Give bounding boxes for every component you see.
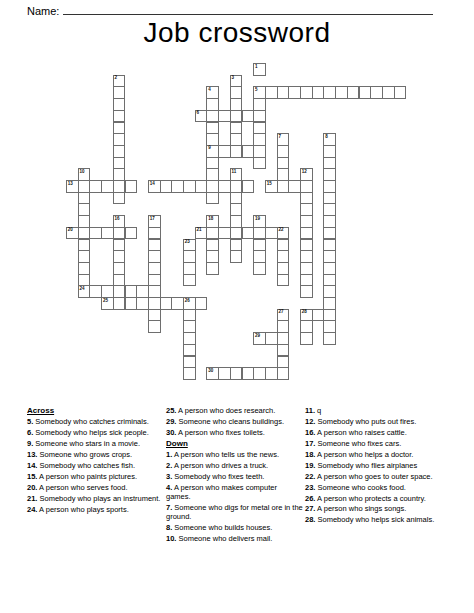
clue-item: 4. A person who makes computer games. [166, 483, 303, 502]
clue-item: 14. Somebody who catches fish. [27, 461, 164, 470]
clue-item: 6. Somebody who helps sick people. [27, 428, 164, 437]
clue-item: 26. A person who protects a country. [305, 494, 468, 503]
clue-item: 28. Somebody who helps sick animals. [305, 515, 468, 524]
clue-item: 15. A person who paints pictures. [27, 472, 164, 481]
cell-number: 20 [68, 227, 73, 233]
grid-cell[interactable] [206, 262, 219, 275]
clue-number: 1. [166, 450, 172, 459]
grid-cell[interactable] [230, 250, 243, 263]
crossword-grid: 1234567891011121314151617181920212223242… [66, 63, 406, 380]
clue-item: 22. A person who goes to outer space. [305, 472, 468, 481]
clue-number: 21. [27, 494, 37, 503]
clue-item: 11. q [305, 406, 468, 415]
cell-number: 12 [302, 169, 307, 175]
clue-item: 25. A person who does research. [166, 406, 303, 415]
cell-number: 11 [232, 169, 237, 175]
cell-number: 9 [208, 145, 211, 151]
grid-cell[interactable] [206, 192, 219, 205]
grid-cell[interactable] [183, 367, 196, 380]
grid-cell[interactable] [394, 86, 407, 99]
clue-item: 9. Someone who stars in a movie. [27, 439, 164, 448]
clue-item: 8. Someone who builds houses. [166, 523, 303, 532]
cell-number: 27 [278, 309, 283, 315]
clue-number: 18. [305, 450, 315, 459]
cell-number: 24 [79, 286, 84, 292]
clue-number: 28. [305, 515, 315, 524]
clue-item: 27. A person who sings songs. [305, 504, 468, 513]
clue-number: 17. [305, 439, 315, 448]
grid-cell[interactable] [253, 157, 266, 170]
grid-cell[interactable] [148, 320, 161, 333]
name-label: Name: [27, 5, 59, 17]
grid-cell[interactable] [113, 192, 126, 205]
clue-list-header: Across [27, 406, 164, 415]
clue-number: 26. [305, 494, 315, 503]
clue-number: 3. [166, 472, 172, 481]
clue-number: 2. [166, 461, 172, 470]
cell-number: 23 [185, 239, 190, 245]
clue-number: 6. [27, 428, 33, 437]
clue-item: 3. Somebody who fixes teeth. [166, 472, 303, 481]
cell-number: 13 [68, 181, 73, 187]
clue-column: 25. A person who does research.29. Someo… [166, 406, 303, 545]
cell-number: 4 [208, 87, 211, 93]
grid-cell[interactable] [323, 332, 336, 345]
clue-item: 29. Someone who cleans buildings. [166, 417, 303, 426]
grid-cell[interactable]: 1 [253, 63, 266, 76]
cell-number: 21 [196, 227, 201, 233]
clue-number: 20. [27, 483, 37, 492]
clue-item: 24. A person who plays sports. [27, 505, 164, 514]
clue-item: 13. Someone who grows crops. [27, 450, 164, 459]
page-title: Job crossword [0, 17, 474, 49]
clue-number: 16. [305, 428, 315, 437]
cell-number: 26 [185, 298, 190, 304]
clue-item: 2. A person who drives a truck. [166, 461, 303, 470]
clue-number: 11. [305, 406, 315, 415]
clue-item: 30. A person who fixes toilets. [166, 428, 303, 437]
clue-item: 23. Someone who cooks food. [305, 483, 468, 492]
clue-number: 7. [166, 503, 172, 512]
cell-number: 16 [115, 216, 120, 222]
cell-number: 28 [302, 309, 307, 315]
clue-item: 21. Somebody who plays an instrument. [27, 494, 164, 503]
clue-number: 5. [27, 417, 33, 426]
clue-number: 14. [27, 461, 37, 470]
cell-number: 25 [103, 298, 108, 304]
clue-number: 29. [166, 417, 176, 426]
name-row: Name: [27, 3, 439, 17]
cell-number: 29 [255, 333, 260, 339]
clue-number: 19. [305, 461, 315, 470]
cell-number: 7 [278, 134, 281, 140]
grid-cell[interactable] [125, 180, 138, 193]
clue-number: 9. [27, 439, 33, 448]
cell-number: 18 [208, 216, 213, 222]
grid-cell[interactable] [300, 332, 313, 345]
cell-number: 30 [208, 368, 213, 374]
clue-section: Across5. Somebody who catches criminals.… [0, 406, 474, 606]
cell-number: 1 [255, 64, 258, 70]
grid-cell[interactable] [253, 262, 266, 275]
clue-item: 1. A person who tells us the news. [166, 450, 303, 459]
clue-column: 11. q12. Somebody who puts out fires.16.… [305, 406, 468, 526]
clue-number: 22. [305, 472, 315, 481]
clue-item: 7. Someone who digs for metal ore in the… [166, 503, 303, 522]
cell-number: 19 [255, 216, 260, 222]
clue-item: 12. Somebody who puts out fires. [305, 417, 468, 426]
clue-list-header: Down [166, 439, 303, 448]
clue-item: 16. A person who raises cattle. [305, 428, 468, 437]
name-input-line[interactable] [63, 3, 433, 15]
cell-number: 6 [196, 110, 199, 116]
cell-number: 10 [79, 169, 84, 175]
clue-number: 30. [166, 428, 176, 437]
grid-cell[interactable] [242, 180, 255, 193]
cell-number: 22 [278, 227, 283, 233]
clue-item: 10. Someone who delivers mail. [166, 534, 303, 543]
clue-item: 20. A person who serves food. [27, 483, 164, 492]
clue-item: 18. A person who helps a doctor. [305, 450, 468, 459]
clue-column: Across5. Somebody who catches criminals.… [27, 406, 164, 515]
clue-item: 19. Somebody who flies airplanes [305, 461, 468, 470]
clue-number: 27. [305, 504, 315, 513]
cell-number: 15 [267, 181, 272, 187]
clue-number: 13. [27, 450, 37, 459]
clue-number: 8. [166, 523, 172, 532]
clue-item: 5. Somebody who catches criminals. [27, 417, 164, 426]
grid-cell[interactable] [300, 285, 313, 298]
clue-number: 4. [166, 483, 172, 492]
clue-number: 24. [27, 505, 37, 514]
grid-cell[interactable] [195, 297, 208, 310]
grid-cell[interactable] [125, 227, 138, 240]
clue-number: 10. [166, 534, 176, 543]
clue-number: 25. [166, 406, 176, 415]
clue-item: 17. Someone who fixes cars. [305, 439, 468, 448]
grid-cell[interactable] [183, 274, 196, 287]
cell-number: 14 [150, 181, 155, 187]
clue-number: 23. [305, 483, 315, 492]
grid-cell[interactable] [277, 274, 290, 287]
cell-number: 8 [325, 134, 328, 140]
grid-cell[interactable] [277, 367, 290, 380]
clue-number: 12. [305, 417, 315, 426]
cell-number: 3 [232, 75, 235, 81]
clue-number: 15. [27, 472, 37, 481]
cell-number: 5 [255, 87, 258, 93]
cell-number: 17 [150, 216, 155, 222]
cell-number: 2 [115, 75, 118, 81]
